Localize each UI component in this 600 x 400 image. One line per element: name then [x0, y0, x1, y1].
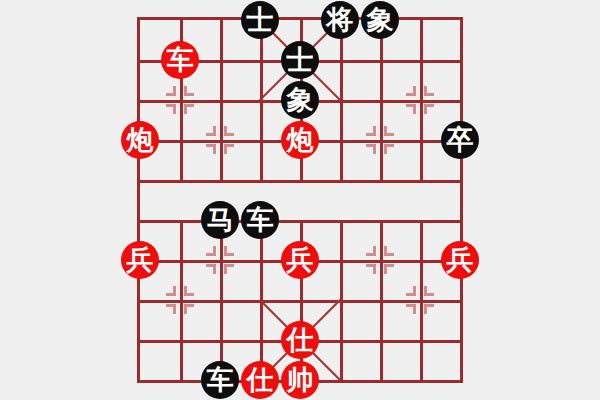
point-marker	[166, 86, 176, 96]
red-chariot[interactable]: 车	[161, 41, 199, 79]
black-chariot[interactable]: 车	[241, 201, 279, 239]
red-advisor[interactable]: 仕	[241, 361, 279, 399]
point-marker	[424, 286, 434, 296]
point-marker	[366, 144, 376, 154]
red-soldier[interactable]: 兵	[441, 241, 479, 279]
point-marker	[366, 126, 376, 136]
board-cell	[420, 340, 460, 380]
point-marker	[206, 246, 216, 256]
point-marker	[184, 286, 194, 296]
black-elephant[interactable]: 象	[281, 81, 319, 119]
board-cell	[340, 60, 380, 100]
point-marker	[184, 104, 194, 114]
board-cell	[340, 340, 380, 380]
point-marker	[184, 86, 194, 96]
black-elephant[interactable]: 象	[361, 1, 399, 39]
board-cell	[220, 60, 260, 100]
point-marker	[384, 246, 394, 256]
board-cell	[340, 300, 380, 340]
board-cell	[140, 340, 180, 380]
xiangqi-app: 士将象车士象炮炮卒马车兵兵兵仕车仕帅	[0, 0, 600, 400]
point-marker	[424, 304, 434, 314]
black-horse[interactable]: 马	[201, 201, 239, 239]
board-cell	[300, 180, 340, 220]
point-marker	[224, 264, 234, 274]
point-marker	[424, 104, 434, 114]
point-marker	[206, 264, 216, 274]
black-chariot[interactable]: 车	[201, 361, 239, 399]
point-marker	[366, 246, 376, 256]
point-marker	[206, 144, 216, 154]
point-marker	[384, 264, 394, 274]
point-marker	[206, 126, 216, 136]
board-cell	[340, 180, 380, 220]
point-marker	[406, 86, 416, 96]
board-cell	[420, 20, 460, 60]
board-cell	[140, 180, 180, 220]
point-marker	[224, 144, 234, 154]
point-marker	[184, 304, 194, 314]
point-marker	[166, 304, 176, 314]
point-marker	[166, 104, 176, 114]
point-marker	[384, 144, 394, 154]
red-cannon[interactable]: 炮	[121, 121, 159, 159]
point-marker	[224, 126, 234, 136]
red-cannon[interactable]: 炮	[281, 121, 319, 159]
point-marker	[384, 126, 394, 136]
point-marker	[424, 86, 434, 96]
point-marker	[406, 304, 416, 314]
red-soldier[interactable]: 兵	[121, 241, 159, 279]
point-marker	[406, 104, 416, 114]
board-cell	[380, 340, 420, 380]
red-general[interactable]: 帅	[281, 361, 319, 399]
point-marker	[366, 264, 376, 274]
board-cell	[220, 300, 260, 340]
black-advisor[interactable]: 士	[281, 41, 319, 79]
black-advisor[interactable]: 士	[241, 1, 279, 39]
point-marker	[406, 286, 416, 296]
point-marker	[166, 286, 176, 296]
black-soldier[interactable]: 卒	[441, 121, 479, 159]
point-marker	[224, 246, 234, 256]
red-soldier[interactable]: 兵	[281, 241, 319, 279]
board-cell	[380, 180, 420, 220]
red-advisor[interactable]: 仕	[281, 321, 319, 359]
black-general[interactable]: 将	[321, 1, 359, 39]
board-cell	[420, 180, 460, 220]
